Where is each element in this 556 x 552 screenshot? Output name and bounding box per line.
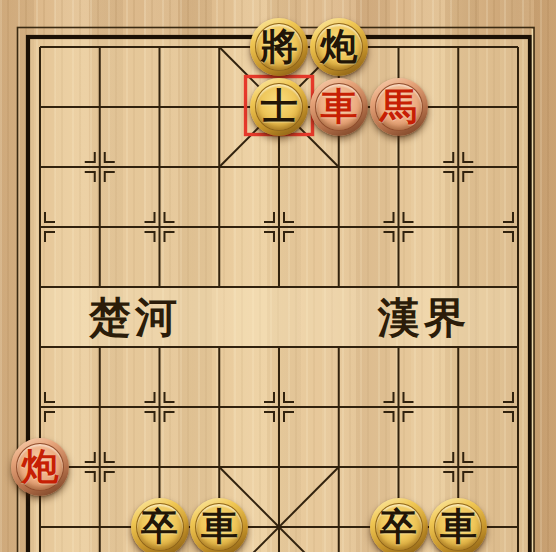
piece-face: 將 — [255, 23, 303, 71]
piece-black-general[interactable]: 將 — [250, 18, 308, 76]
piece-face: 車 — [195, 503, 243, 551]
piece-red-chariot[interactable]: 車 — [310, 78, 368, 136]
red-cannon-glyph: 炮 — [22, 448, 59, 485]
red-horse-glyph: 馬 — [380, 88, 417, 125]
piece-black-advisor[interactable]: 士 — [250, 78, 308, 136]
piece-face: 炮 — [315, 23, 363, 71]
piece-face: 馬 — [375, 83, 423, 131]
black-general-glyph: 將 — [261, 28, 298, 65]
black-cannon-glyph: 炮 — [320, 28, 357, 65]
river-label-right: 漢界 — [377, 295, 470, 341]
black-advisor-glyph: 士 — [261, 88, 298, 125]
piece-black-chariot-left[interactable]: 車 — [190, 498, 248, 552]
black-pawn-left-glyph: 卒 — [141, 508, 178, 545]
black-chariot-left-glyph: 車 — [201, 508, 238, 545]
piece-black-pawn-left[interactable]: 卒 — [131, 498, 189, 552]
black-pawn-right-glyph: 卒 — [380, 508, 417, 545]
piece-face: 車 — [434, 503, 482, 551]
piece-face: 車 — [315, 83, 363, 131]
piece-red-cannon[interactable]: 炮 — [11, 438, 69, 496]
piece-black-cannon[interactable]: 炮 — [310, 18, 368, 76]
piece-black-pawn-right[interactable]: 卒 — [370, 498, 428, 552]
red-chariot-glyph: 車 — [320, 88, 357, 125]
piece-red-horse[interactable]: 馬 — [370, 78, 428, 136]
xiangqi-app: 楚河 漢界 將炮士車馬炮卒車卒車 — [0, 0, 556, 552]
piece-face: 炮 — [16, 443, 64, 491]
river-label-left: 楚河 — [88, 295, 181, 341]
piece-face: 卒 — [375, 503, 423, 551]
black-chariot-right-glyph: 車 — [440, 508, 477, 545]
piece-face: 士 — [255, 83, 303, 131]
piece-black-chariot-right[interactable]: 車 — [429, 498, 487, 552]
piece-face: 卒 — [136, 503, 184, 551]
